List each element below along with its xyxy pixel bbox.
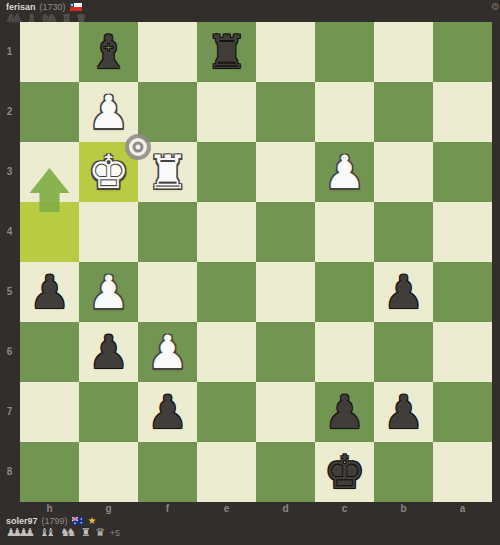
rank-label-2: 2 xyxy=(0,82,19,142)
black-pawn[interactable]: ♟ xyxy=(79,322,138,382)
white-king[interactable]: ♚ xyxy=(79,142,138,202)
rank-label-4: 4 xyxy=(0,202,19,262)
square-f6[interactable]: ♟ xyxy=(138,322,197,382)
premium-star-icon: ★ xyxy=(88,516,97,526)
square-b5[interactable]: ♟ xyxy=(374,262,433,322)
square-e1[interactable]: ♜ xyxy=(197,22,256,82)
square-c8[interactable]: ♚ xyxy=(315,442,374,502)
square-d6[interactable] xyxy=(256,322,315,382)
square-h6[interactable] xyxy=(20,322,79,382)
square-a7[interactable] xyxy=(433,382,492,442)
square-e5[interactable] xyxy=(197,262,256,322)
square-a1[interactable] xyxy=(433,22,492,82)
square-h3[interactable] xyxy=(20,142,79,202)
white-pawn[interactable]: ♟ xyxy=(79,262,138,322)
board-settings-icon[interactable]: ⚙ xyxy=(491,1,500,12)
square-h4[interactable] xyxy=(20,202,79,262)
square-f1[interactable] xyxy=(138,22,197,82)
file-label-b: b xyxy=(374,502,433,516)
square-a5[interactable] xyxy=(433,262,492,322)
rank-label-3: 3 xyxy=(0,142,19,202)
square-a2[interactable] xyxy=(433,82,492,142)
captured-bishop-x2: ♝♝ xyxy=(39,527,52,539)
black-pawn[interactable]: ♟ xyxy=(20,262,79,322)
black-pawn[interactable]: ♟ xyxy=(315,382,374,442)
square-c2[interactable] xyxy=(315,82,374,142)
square-g4[interactable] xyxy=(79,202,138,262)
square-f5[interactable] xyxy=(138,262,197,322)
square-d1[interactable] xyxy=(256,22,315,82)
square-b1[interactable] xyxy=(374,22,433,82)
square-b6[interactable] xyxy=(374,322,433,382)
player-bottom-name-row: soler97 (1799) ★ xyxy=(6,515,120,526)
square-g2[interactable]: ♟ xyxy=(79,82,138,142)
file-label-g: g xyxy=(79,502,138,516)
square-d4[interactable] xyxy=(256,202,315,262)
square-e3[interactable] xyxy=(197,142,256,202)
captured-bottom: ♟♟♟♟♝♝♞♞♜♛+5 xyxy=(6,527,120,539)
square-c3[interactable]: ♟ xyxy=(315,142,374,202)
black-pawn[interactable]: ♟ xyxy=(374,262,433,322)
file-label-a: a xyxy=(433,502,492,516)
square-e6[interactable] xyxy=(197,322,256,382)
white-pawn[interactable]: ♟ xyxy=(138,322,197,382)
chile-flag-icon xyxy=(70,3,82,11)
square-f3[interactable]: ♜ xyxy=(138,142,197,202)
captured-queen-x1: ♛ xyxy=(95,527,101,539)
square-c6[interactable] xyxy=(315,322,374,382)
rank-label-6: 6 xyxy=(0,322,19,382)
rank-label-1: 1 xyxy=(0,22,19,82)
square-d7[interactable] xyxy=(256,382,315,442)
file-label-d: d xyxy=(256,502,315,516)
square-c4[interactable] xyxy=(315,202,374,262)
square-g8[interactable] xyxy=(79,442,138,502)
material-advantage: +5 xyxy=(110,528,120,538)
square-g7[interactable] xyxy=(79,382,138,442)
square-e8[interactable] xyxy=(197,442,256,502)
square-h8[interactable] xyxy=(20,442,79,502)
square-b2[interactable] xyxy=(374,82,433,142)
square-c1[interactable] xyxy=(315,22,374,82)
black-pawn[interactable]: ♟ xyxy=(138,382,197,442)
square-a4[interactable] xyxy=(433,202,492,262)
square-e4[interactable] xyxy=(197,202,256,262)
black-bishop[interactable]: ♝ xyxy=(79,22,138,82)
square-b4[interactable] xyxy=(374,202,433,262)
square-f4[interactable] xyxy=(138,202,197,262)
file-label-e: e xyxy=(197,502,256,516)
square-f8[interactable] xyxy=(138,442,197,502)
square-g1[interactable]: ♝ xyxy=(79,22,138,82)
square-d3[interactable] xyxy=(256,142,315,202)
player-bottom-username[interactable]: soler97 xyxy=(6,516,38,526)
white-pawn[interactable]: ♟ xyxy=(79,82,138,142)
player-bottom-rating: (1799) xyxy=(42,516,68,526)
player-top-rating: (1730) xyxy=(40,2,66,12)
square-b3[interactable] xyxy=(374,142,433,202)
player-bottom: soler97 (1799) ★ ♟♟♟♟♝♝♞♞♜♛+5 xyxy=(6,515,120,539)
rank-label-8: 8 xyxy=(0,442,19,502)
square-a8[interactable] xyxy=(433,442,492,502)
square-e2[interactable] xyxy=(197,82,256,142)
white-rook[interactable]: ♜ xyxy=(138,142,197,202)
square-h7[interactable] xyxy=(20,382,79,442)
square-f2[interactable] xyxy=(138,82,197,142)
square-d8[interactable] xyxy=(256,442,315,502)
file-label-h: h xyxy=(20,502,79,516)
square-a3[interactable] xyxy=(433,142,492,202)
rank-label-5: 5 xyxy=(0,262,19,322)
black-pawn[interactable]: ♟ xyxy=(374,382,433,442)
australia-flag-icon xyxy=(72,517,84,525)
square-g5[interactable]: ♟ xyxy=(79,262,138,322)
square-h5[interactable]: ♟ xyxy=(20,262,79,322)
square-h2[interactable] xyxy=(20,82,79,142)
player-top-username[interactable]: ferisan xyxy=(6,2,36,12)
square-a6[interactable] xyxy=(433,322,492,382)
chess-board: ♝♜♟♚♜♟♟♟♟♟♟♟♟♟♚ xyxy=(20,22,492,502)
black-king[interactable]: ♚ xyxy=(315,442,374,502)
captured-rook-x1: ♜ xyxy=(81,527,87,539)
square-g6[interactable]: ♟ xyxy=(79,322,138,382)
square-g3[interactable]: ♚ xyxy=(79,142,138,202)
black-rook[interactable]: ♜ xyxy=(197,22,256,82)
white-pawn[interactable]: ♟ xyxy=(315,142,374,202)
captured-pawn-x4: ♟♟♟♟ xyxy=(6,527,31,539)
square-f7[interactable]: ♟ xyxy=(138,382,197,442)
square-c7[interactable]: ♟ xyxy=(315,382,374,442)
square-h1[interactable] xyxy=(20,22,79,82)
rank-label-7: 7 xyxy=(0,382,19,442)
file-label-c: c xyxy=(315,502,374,516)
square-b8[interactable] xyxy=(374,442,433,502)
square-e7[interactable] xyxy=(197,382,256,442)
square-d5[interactable] xyxy=(256,262,315,322)
square-c5[interactable] xyxy=(315,262,374,322)
captured-knight-x2: ♞♞ xyxy=(60,527,73,539)
file-label-f: f xyxy=(138,502,197,516)
square-b7[interactable]: ♟ xyxy=(374,382,433,442)
square-d2[interactable] xyxy=(256,82,315,142)
player-top-name-row: ferisan (1730) xyxy=(6,1,91,12)
